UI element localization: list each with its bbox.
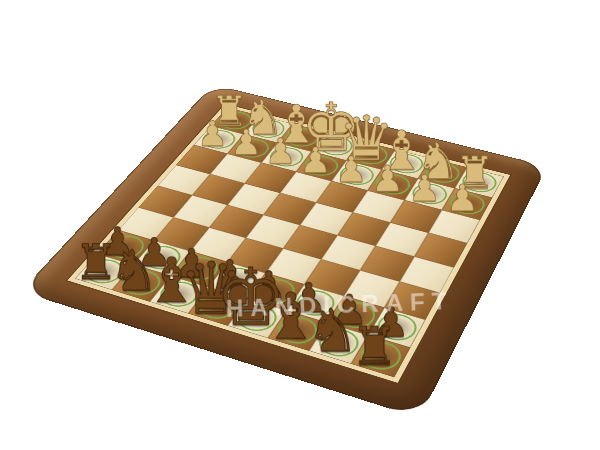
square-h4[interactable] (414, 233, 467, 268)
felt-base (275, 315, 320, 346)
felt-base (82, 258, 126, 286)
product-photo-page: { "game": "chess", "position": { "fen": … (0, 0, 600, 450)
felt-base (352, 144, 389, 166)
chess-board: ♜♞♝♚♛♝♞♜♟♟♟♟♟♟♟♟♟♟♟♟♟♟♟♟♜♞♝♛♚♝♞♜ (21, 84, 548, 418)
square-g3[interactable] (390, 200, 442, 233)
felt-base (293, 288, 337, 317)
board-squares: ♜♞♝♚♛♝♞♜♟♟♟♟♟♟♟♟♟♟♟♟♟♟♟♟♜♞♝♛♚♝♞♜ (67, 104, 510, 383)
felt-base (267, 146, 305, 168)
felt-base (375, 312, 419, 342)
felt-base (317, 135, 354, 157)
felt-base (283, 127, 320, 148)
felt-base (254, 277, 298, 306)
felt-base (316, 327, 361, 358)
felt-base (302, 155, 340, 177)
felt-base (358, 340, 403, 372)
felt-base (334, 300, 378, 330)
photo-scene: ♜♞♝♚♛♝♞♜♟♟♟♟♟♟♟♟♟♟♟♟♟♟♟♟♜♞♝♛♚♝♞♜ (0, 0, 600, 450)
felt-base (448, 192, 486, 216)
felt-base (338, 164, 376, 187)
square-c6[interactable] (190, 228, 246, 262)
felt-base (374, 173, 412, 196)
